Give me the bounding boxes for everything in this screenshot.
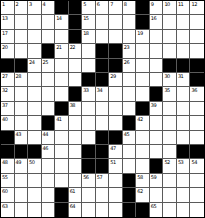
cell-r12c11[interactable]	[136, 159, 150, 173]
cell-r6c9[interactable]: 29	[109, 73, 123, 87]
cell-r13c8[interactable]: 57	[96, 174, 110, 188]
cell-r10c13[interactable]	[163, 131, 177, 145]
cell-r1c4[interactable]: 4	[42, 1, 56, 15]
black-cell-r7c12	[150, 87, 164, 101]
cell-r8c13[interactable]	[163, 102, 177, 116]
black-cell-r10c8	[96, 131, 110, 145]
cell-r12c15[interactable]: 54	[190, 159, 204, 173]
black-cell-r11c3	[28, 145, 42, 159]
cell-r8c6[interactable]: 38	[69, 102, 83, 116]
cell-r11c4[interactable]: 46	[42, 145, 56, 159]
cell-r10c12[interactable]	[150, 131, 164, 145]
crossword-puzzle: 1234567891011121314151617181920212223242…	[0, 0, 205, 218]
cell-r13c7[interactable]: 56	[82, 174, 96, 188]
black-cell-r4c4	[42, 44, 56, 58]
cell-r7c4[interactable]	[42, 87, 56, 101]
cell-r8c10[interactable]	[123, 102, 137, 116]
cell-r8c4[interactable]	[42, 102, 56, 116]
clue-number: 64	[70, 203, 75, 209]
black-cell-r5c15	[190, 59, 204, 73]
black-cell-r11c14	[177, 145, 191, 159]
cell-r6c3[interactable]	[28, 73, 42, 87]
clue-number: 20	[2, 44, 7, 50]
cell-r8c15[interactable]	[190, 102, 204, 116]
cell-r3c11[interactable]: 19	[136, 30, 150, 44]
black-cell-r14c10	[123, 188, 137, 202]
clue-number: 11	[178, 1, 183, 7]
cell-r9c12[interactable]	[150, 116, 164, 130]
cell-r8c2[interactable]	[15, 102, 29, 116]
clue-number: 45	[124, 131, 129, 137]
black-cell-r5c1	[1, 59, 15, 73]
cell-r15c15[interactable]	[190, 203, 204, 217]
black-cell-r1c6	[69, 1, 83, 15]
black-cell-r15c5	[55, 203, 69, 217]
cell-r13c15[interactable]	[190, 174, 204, 188]
cell-r7c10[interactable]	[123, 87, 137, 101]
cell-r2c15[interactable]	[190, 15, 204, 29]
black-cell-r2c11	[136, 15, 150, 29]
clue-number: 12	[191, 1, 196, 7]
cell-r10c5[interactable]	[55, 131, 69, 145]
cell-r15c1[interactable]: 63	[1, 203, 15, 217]
black-cell-r3c6	[69, 30, 83, 44]
black-cell-r11c8	[96, 145, 110, 159]
clue-number: 5	[83, 1, 86, 7]
crossword-grid: 1234567891011121314151617181920212223242…	[0, 0, 205, 218]
black-cell-r6c15	[190, 73, 204, 87]
clue-number: 2	[16, 1, 19, 7]
clue-number: 39	[151, 102, 156, 108]
cell-r4c2[interactable]	[15, 44, 29, 58]
cell-r1c1[interactable]: 1	[1, 1, 15, 15]
cell-r12c2[interactable]: 49	[15, 159, 29, 173]
clue-number: 43	[16, 131, 21, 137]
black-cell-r6c7	[82, 73, 96, 87]
cell-r6c12[interactable]	[150, 73, 164, 87]
black-cell-r9c10	[123, 116, 137, 130]
black-cell-r15c11	[136, 203, 150, 217]
cell-r3c10[interactable]	[123, 30, 137, 44]
cell-r9c8[interactable]	[96, 116, 110, 130]
clue-number: 13	[2, 15, 7, 21]
cell-r13c9[interactable]	[109, 174, 123, 188]
cell-r3c4[interactable]	[42, 30, 56, 44]
cell-r2c2[interactable]	[15, 15, 29, 29]
cell-r14c8[interactable]	[96, 188, 110, 202]
cell-r10c2[interactable]: 43	[15, 131, 29, 145]
clue-number: 28	[16, 73, 21, 79]
black-cell-r8c11	[136, 102, 150, 116]
cell-r1c9[interactable]: 7	[109, 1, 123, 15]
cell-r13c12[interactable]: 59	[150, 174, 164, 188]
cell-r12c10[interactable]	[123, 159, 137, 173]
clue-number: 10	[164, 1, 169, 7]
cell-r7c13[interactable]: 35	[163, 87, 177, 101]
clue-number: 54	[191, 159, 196, 165]
black-cell-r15c10	[123, 203, 137, 217]
cell-r6c6[interactable]	[69, 73, 83, 87]
cell-r3c12[interactable]	[150, 30, 164, 44]
cell-r15c3[interactable]	[28, 203, 42, 217]
cell-r7c3[interactable]	[28, 87, 42, 101]
black-cell-r11c1	[1, 145, 15, 159]
cell-r9c3[interactable]	[28, 116, 42, 130]
cell-r14c13[interactable]	[163, 188, 177, 202]
cell-r10c14[interactable]	[177, 131, 191, 145]
black-cell-r11c7	[82, 145, 96, 159]
cell-r2c12[interactable]: 16	[150, 15, 164, 29]
cell-r4c3[interactable]	[28, 44, 42, 58]
clue-number: 61	[70, 188, 75, 194]
black-cell-r2c6	[69, 15, 83, 29]
cell-r1c13[interactable]: 10	[163, 1, 177, 15]
cell-r7c5[interactable]	[55, 87, 69, 101]
cell-r7c7[interactable]: 33	[82, 87, 96, 101]
cell-r10c7[interactable]	[82, 131, 96, 145]
clue-number: 65	[151, 203, 156, 209]
cell-r14c11[interactable]: 62	[136, 188, 150, 202]
cell-r9c5[interactable]: 41	[55, 116, 69, 130]
cell-r8c8[interactable]	[96, 102, 110, 116]
clue-number: 19	[137, 30, 142, 36]
black-cell-r12c7	[82, 159, 96, 173]
cell-r1c8[interactable]: 6	[96, 1, 110, 15]
cell-r11c10[interactable]	[123, 145, 137, 159]
black-cell-r5c14	[177, 59, 191, 73]
cell-r13c6[interactable]	[69, 174, 83, 188]
clue-number: 50	[29, 159, 34, 165]
cell-r11c6[interactable]	[69, 145, 83, 159]
clue-number: 6	[97, 1, 100, 7]
cell-r9c7[interactable]	[82, 116, 96, 130]
cell-r14c2[interactable]	[15, 188, 29, 202]
cell-r8c3[interactable]	[28, 102, 42, 116]
clue-number: 4	[43, 1, 46, 7]
cell-r15c12[interactable]: 65	[150, 203, 164, 217]
black-cell-r11c15	[190, 145, 204, 159]
clue-number: 14	[56, 15, 61, 21]
cell-r9c9[interactable]	[109, 116, 123, 130]
cell-r3c5[interactable]	[55, 30, 69, 44]
clue-number: 35	[164, 87, 169, 93]
cell-r4c6[interactable]: 22	[69, 44, 83, 58]
cell-r11c13[interactable]	[163, 145, 177, 159]
black-cell-r5c8	[96, 59, 110, 73]
clue-number: 16	[151, 15, 156, 21]
cell-r11c12[interactable]	[150, 145, 164, 159]
cell-r14c6[interactable]: 61	[69, 188, 83, 202]
cell-r3c14[interactable]	[177, 30, 191, 44]
cell-r13c3[interactable]	[28, 174, 42, 188]
cell-r9c1[interactable]: 40	[1, 116, 15, 130]
clue-number: 49	[16, 159, 21, 165]
black-cell-r5c2	[15, 59, 29, 73]
cell-r12c5[interactable]	[55, 159, 69, 173]
black-cell-r12c8	[96, 159, 110, 173]
clue-number: 8	[124, 1, 127, 7]
cell-r12c14[interactable]: 53	[177, 159, 191, 173]
cell-r13c2[interactable]	[15, 174, 29, 188]
clue-number: 29	[110, 73, 115, 79]
clue-number: 52	[164, 159, 169, 165]
cell-r13c14[interactable]	[177, 174, 191, 188]
clue-number: 18	[83, 30, 88, 36]
cell-r6c13[interactable]: 30	[163, 73, 177, 87]
cell-r3c1[interactable]: 17	[1, 30, 15, 44]
cell-r5c3[interactable]: 24	[28, 59, 42, 73]
cell-r15c14[interactable]	[177, 203, 191, 217]
cell-r10c6[interactable]	[69, 131, 83, 145]
clue-number: 59	[151, 174, 156, 180]
clue-number: 41	[56, 116, 61, 122]
cell-r2c9[interactable]	[109, 15, 123, 29]
cell-r8c7[interactable]	[82, 102, 96, 116]
cell-r14c3[interactable]	[28, 188, 42, 202]
cell-r13c5[interactable]	[55, 174, 69, 188]
cell-r9c2[interactable]	[15, 116, 29, 130]
cell-r15c6[interactable]: 64	[69, 203, 83, 217]
cell-r1c12[interactable]: 9	[150, 1, 164, 15]
cell-r7c2[interactable]	[15, 87, 29, 101]
clue-number: 57	[97, 174, 102, 180]
cell-r6c4[interactable]	[42, 73, 56, 87]
cell-r14c9[interactable]	[109, 188, 123, 202]
black-cell-r9c4	[42, 116, 56, 130]
cell-r11c9[interactable]: 47	[109, 145, 123, 159]
cell-r14c4[interactable]	[42, 188, 56, 202]
clue-number: 40	[2, 116, 7, 122]
black-cell-r7c6	[69, 87, 83, 101]
cell-r10c11[interactable]	[136, 131, 150, 145]
cell-r14c7[interactable]	[82, 188, 96, 202]
cell-r2c13[interactable]	[163, 15, 177, 29]
clue-number: 21	[56, 44, 61, 50]
cell-r9c14[interactable]	[177, 116, 191, 130]
cell-r2c3[interactable]	[28, 15, 42, 29]
cell-r13c11[interactable]: 58	[136, 174, 150, 188]
black-cell-r1c5	[55, 1, 69, 15]
cell-r3c13[interactable]	[163, 30, 177, 44]
clue-number: 37	[2, 102, 7, 108]
cell-r9c6[interactable]	[69, 116, 83, 130]
cell-r5c4[interactable]: 25	[42, 59, 56, 73]
black-cell-r1c11	[136, 1, 150, 15]
cell-r12c13[interactable]: 52	[163, 159, 177, 173]
cell-r12c3[interactable]: 50	[28, 159, 42, 173]
cell-r15c8[interactable]	[96, 203, 110, 217]
cell-r7c14[interactable]	[177, 87, 191, 101]
cell-r7c11[interactable]	[136, 87, 150, 101]
cell-r6c2[interactable]: 28	[15, 73, 29, 87]
clue-number: 9	[151, 1, 154, 7]
black-cell-r13c10	[123, 174, 137, 188]
cell-r3c2[interactable]	[15, 30, 29, 44]
clue-number: 15	[83, 15, 88, 21]
clue-number: 27	[2, 73, 7, 79]
cell-r2c7[interactable]: 15	[82, 15, 96, 29]
cell-r2c5[interactable]: 14	[55, 15, 69, 29]
clue-number: 1	[2, 1, 5, 7]
cell-r3c3[interactable]	[28, 30, 42, 44]
cell-r7c9[interactable]	[109, 87, 123, 101]
clue-number: 62	[137, 188, 142, 194]
clue-number: 36	[191, 87, 196, 93]
cell-r11c5[interactable]	[55, 145, 69, 159]
cell-r6c1[interactable]: 27	[1, 73, 15, 87]
clue-number: 58	[137, 174, 142, 180]
black-cell-r4c9	[109, 44, 123, 58]
cell-r3c15[interactable]	[190, 30, 204, 44]
clue-number: 22	[70, 44, 75, 50]
clue-number: 47	[110, 145, 115, 151]
cell-r4c10[interactable]: 23	[123, 44, 137, 58]
black-cell-r10c9	[109, 131, 123, 145]
cell-r8c9[interactable]	[109, 102, 123, 116]
cell-r13c1[interactable]: 55	[1, 174, 15, 188]
cell-r15c2[interactable]	[15, 203, 29, 217]
cell-r10c3[interactable]	[28, 131, 42, 145]
black-cell-r6c8	[96, 73, 110, 87]
clue-number: 3	[29, 1, 32, 7]
cell-r1c14[interactable]: 11	[177, 1, 191, 15]
cell-r3c7[interactable]: 18	[82, 30, 96, 44]
clue-number: 23	[124, 44, 129, 50]
cell-r7c1[interactable]: 32	[1, 87, 15, 101]
clue-number: 17	[2, 30, 7, 36]
black-cell-r5c9	[109, 59, 123, 73]
cell-r6c14[interactable]: 31	[177, 73, 191, 87]
cell-r3c8[interactable]	[96, 30, 110, 44]
cell-r5c11[interactable]	[136, 59, 150, 73]
black-cell-r14c5	[55, 188, 69, 202]
cell-r11c11[interactable]	[136, 145, 150, 159]
cell-r5c5[interactable]	[55, 59, 69, 73]
cell-r9c11[interactable]: 42	[136, 116, 150, 130]
clue-number: 55	[2, 174, 7, 180]
clue-number: 48	[2, 159, 7, 165]
cell-r1c3[interactable]: 3	[28, 1, 42, 15]
clue-number: 53	[178, 159, 183, 165]
cell-r1c15[interactable]: 12	[190, 1, 204, 15]
black-cell-r8c5	[55, 102, 69, 116]
cell-r8c1[interactable]: 37	[1, 102, 15, 116]
cell-r7c8[interactable]: 34	[96, 87, 110, 101]
cell-r15c7[interactable]	[82, 203, 96, 217]
cell-r4c14[interactable]	[177, 44, 191, 58]
cell-r14c1[interactable]: 60	[1, 188, 15, 202]
cell-r15c4[interactable]	[42, 203, 56, 217]
cell-r12c9[interactable]: 51	[109, 159, 123, 173]
clue-number: 60	[2, 188, 7, 194]
clue-number: 56	[83, 174, 88, 180]
cell-r10c4[interactable]: 44	[42, 131, 56, 145]
clue-number: 31	[178, 73, 183, 79]
cell-r15c13[interactable]	[163, 203, 177, 217]
cell-r9c13[interactable]	[163, 116, 177, 130]
cell-r4c11[interactable]	[136, 44, 150, 58]
cell-r14c14[interactable]	[177, 188, 191, 202]
cell-r5c10[interactable]: 26	[123, 59, 137, 73]
cell-r2c4[interactable]	[42, 15, 56, 29]
cell-r12c6[interactable]	[69, 159, 83, 173]
black-cell-r4c8	[96, 44, 110, 58]
cell-r8c14[interactable]	[177, 102, 191, 116]
cell-r1c10[interactable]: 8	[123, 1, 137, 15]
clue-number: 7	[110, 1, 113, 7]
cell-r3c9[interactable]	[109, 30, 123, 44]
cell-r4c5[interactable]: 21	[55, 44, 69, 58]
cell-r7c15[interactable]: 36	[190, 87, 204, 101]
clue-number: 63	[2, 203, 7, 209]
cell-r5c12[interactable]	[150, 59, 164, 73]
clue-number: 51	[110, 159, 115, 165]
cell-r2c14[interactable]	[177, 15, 191, 29]
cell-r6c11[interactable]	[136, 73, 150, 87]
black-cell-r5c13	[163, 59, 177, 73]
cell-r4c1[interactable]: 20	[1, 44, 15, 58]
cell-r15c9[interactable]	[109, 203, 123, 217]
clue-number: 44	[43, 131, 48, 137]
cell-r8c12[interactable]: 39	[150, 102, 164, 116]
cell-r13c4[interactable]	[42, 174, 56, 188]
cell-r1c2[interactable]: 2	[15, 1, 29, 15]
clue-number: 33	[83, 87, 88, 93]
cell-r12c4[interactable]	[42, 159, 56, 173]
cell-r6c10[interactable]	[123, 73, 137, 87]
clue-number: 24	[29, 59, 34, 65]
cell-r14c12[interactable]	[150, 188, 164, 202]
clue-number: 30	[164, 73, 169, 79]
cell-r14c15[interactable]	[190, 188, 204, 202]
cell-r10c15[interactable]	[190, 131, 204, 145]
black-cell-r12c12	[150, 159, 164, 173]
clue-number: 26	[124, 59, 129, 65]
cell-r4c12[interactable]	[150, 44, 164, 58]
clue-number: 46	[43, 145, 48, 151]
cell-r4c13[interactable]	[163, 44, 177, 58]
clue-number: 34	[97, 87, 102, 93]
cell-r2c8[interactable]	[96, 15, 110, 29]
cell-r2c1[interactable]: 13	[1, 15, 15, 29]
cell-r5c7[interactable]	[82, 59, 96, 73]
cell-r12c1[interactable]: 48	[1, 159, 15, 173]
clue-number: 32	[2, 87, 7, 93]
clue-number: 25	[43, 59, 48, 65]
cell-r1c7[interactable]: 5	[82, 1, 96, 15]
black-cell-r10c1	[1, 131, 15, 145]
cell-r10c10[interactable]: 45	[123, 131, 137, 145]
cell-r13c13[interactable]	[163, 174, 177, 188]
clue-number: 42	[137, 116, 142, 122]
black-cell-r11c2	[15, 145, 29, 159]
clue-number: 38	[70, 102, 75, 108]
cell-r9c15[interactable]	[190, 116, 204, 130]
cell-r2c10[interactable]	[123, 15, 137, 29]
cell-r6c5[interactable]	[55, 73, 69, 87]
cell-r5c6[interactable]	[69, 59, 83, 73]
cell-r4c15[interactable]	[190, 44, 204, 58]
cell-r4c7[interactable]	[82, 44, 96, 58]
